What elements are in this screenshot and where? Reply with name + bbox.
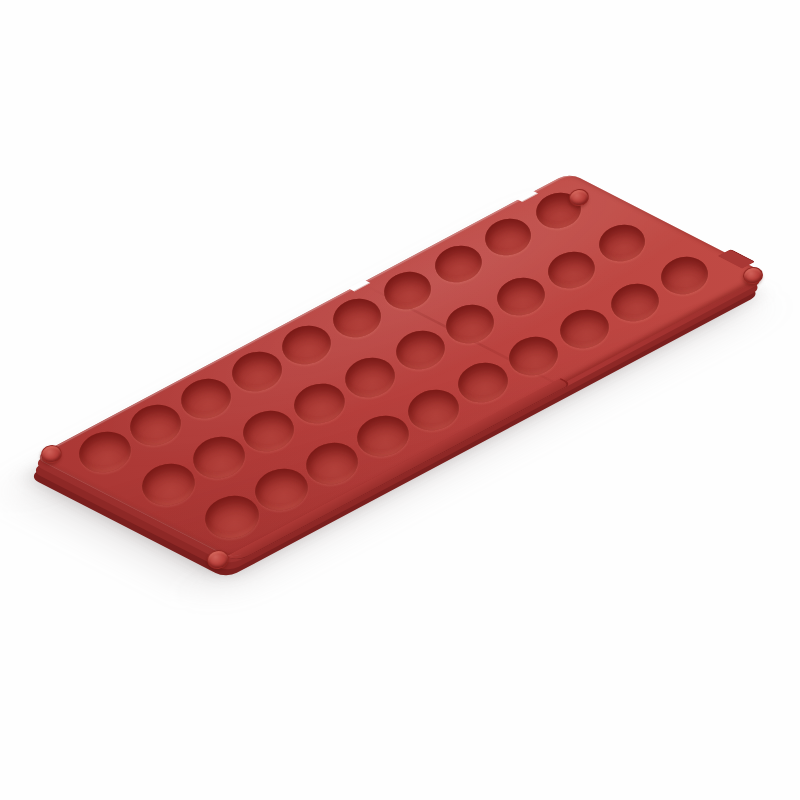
- product-photo-stage: [0, 0, 800, 800]
- face-sheen: [34, 172, 768, 559]
- board-face: [34, 172, 768, 559]
